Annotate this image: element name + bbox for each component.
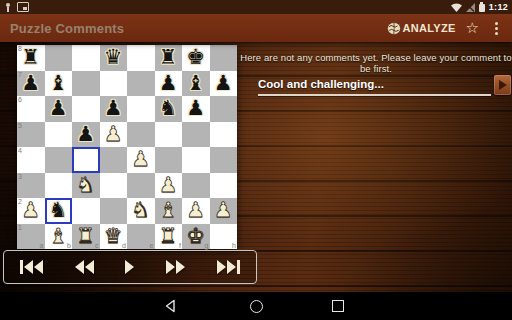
rank-label: 3 bbox=[18, 173, 22, 181]
white-king-piece[interactable]: ♚ bbox=[186, 224, 205, 249]
back-button[interactable] bbox=[163, 299, 177, 313]
square-e2[interactable]: ♞ bbox=[127, 198, 155, 224]
recents-button[interactable] bbox=[331, 299, 345, 313]
square-b1[interactable]: b♝ bbox=[45, 224, 73, 250]
white-knight-piece[interactable]: ♞ bbox=[76, 173, 95, 198]
square-c4[interactable] bbox=[72, 147, 100, 173]
send-comment-button[interactable] bbox=[494, 75, 511, 95]
white-rook-piece[interactable]: ♜ bbox=[159, 224, 178, 249]
pin-icon bbox=[6, 3, 10, 12]
square-f4[interactable] bbox=[155, 147, 183, 173]
analyze-label: ANALYZE bbox=[403, 22, 456, 34]
clock-time: 1:12 bbox=[489, 2, 508, 12]
file-label: a bbox=[40, 242, 44, 250]
white-pawn-piece[interactable]: ♟ bbox=[21, 198, 40, 223]
square-e3[interactable] bbox=[127, 173, 155, 199]
square-a7[interactable]: 7♟ bbox=[17, 71, 45, 97]
file-label: h bbox=[232, 242, 236, 250]
black-pawn-piece[interactable]: ♟ bbox=[49, 96, 68, 121]
square-c3[interactable]: ♞ bbox=[72, 173, 100, 199]
white-pawn-piece[interactable]: ♟ bbox=[186, 198, 205, 223]
white-pawn-piece[interactable]: ♟ bbox=[104, 122, 123, 147]
move-navigation-bar bbox=[3, 250, 257, 284]
step-back-button[interactable] bbox=[71, 258, 98, 276]
favorite-star-icon[interactable]: ☆ bbox=[466, 21, 479, 35]
file-label: b bbox=[67, 242, 71, 250]
square-f5[interactable] bbox=[155, 122, 183, 148]
square-d3[interactable] bbox=[100, 173, 128, 199]
square-h8[interactable] bbox=[210, 45, 238, 71]
home-icon bbox=[250, 300, 263, 313]
rank-label: 5 bbox=[18, 122, 22, 130]
back-icon bbox=[164, 299, 176, 313]
square-e7[interactable] bbox=[127, 71, 155, 97]
square-f6[interactable]: ♞ bbox=[155, 96, 183, 122]
home-button[interactable] bbox=[249, 299, 263, 313]
black-knight-piece[interactable]: ♞ bbox=[159, 96, 178, 121]
status-right-icons: 1:12 bbox=[451, 2, 508, 12]
square-g6[interactable]: ♟ bbox=[182, 96, 210, 122]
black-rook-piece[interactable]: ♜ bbox=[159, 45, 178, 70]
square-e6[interactable] bbox=[127, 96, 155, 122]
square-b5[interactable] bbox=[45, 122, 73, 148]
square-g1[interactable]: g♚ bbox=[182, 224, 210, 250]
square-g8[interactable]: ♚ bbox=[182, 45, 210, 71]
square-d4[interactable] bbox=[100, 147, 128, 173]
send-arrow-icon bbox=[499, 80, 507, 90]
file-label: c bbox=[95, 242, 99, 250]
black-rook-piece[interactable]: ♜ bbox=[21, 45, 40, 70]
square-f7[interactable]: ♟ bbox=[155, 71, 183, 97]
brain-icon bbox=[387, 22, 401, 35]
square-c1[interactable]: c♜ bbox=[72, 224, 100, 250]
app-bar: Puzzle Comments ANALYZE ☆ bbox=[0, 14, 512, 42]
black-king-piece[interactable]: ♚ bbox=[186, 45, 205, 70]
square-a4[interactable]: 4 bbox=[17, 147, 45, 173]
square-g4[interactable] bbox=[182, 147, 210, 173]
play-button[interactable] bbox=[121, 258, 138, 276]
square-c8[interactable] bbox=[72, 45, 100, 71]
screen: 1:12 Puzzle Comments ANALYZE ☆ 8♜♛♜♚7♟♝♟… bbox=[0, 0, 512, 320]
square-e5[interactable] bbox=[127, 122, 155, 148]
square-g3[interactable] bbox=[182, 173, 210, 199]
square-c2[interactable] bbox=[72, 198, 100, 224]
white-pawn-piece[interactable]: ♟ bbox=[159, 173, 178, 198]
wifi-icon bbox=[451, 3, 462, 12]
square-b6[interactable]: ♟ bbox=[45, 96, 73, 122]
square-b7[interactable]: ♝ bbox=[45, 71, 73, 97]
android-nav-bar bbox=[0, 292, 512, 320]
page-title: Puzzle Comments bbox=[10, 21, 124, 36]
black-bishop-piece[interactable]: ♝ bbox=[186, 71, 205, 96]
rank-label: 6 bbox=[18, 96, 22, 104]
recents-icon bbox=[332, 300, 344, 312]
black-knight-piece[interactable]: ♞ bbox=[49, 198, 68, 223]
status-bar: 1:12 bbox=[0, 0, 512, 14]
overflow-menu-icon[interactable] bbox=[489, 20, 504, 37]
square-h6[interactable] bbox=[210, 96, 238, 122]
rank-label: 1 bbox=[18, 224, 22, 232]
status-left-icons bbox=[6, 2, 29, 12]
square-e4[interactable]: ♟ bbox=[127, 147, 155, 173]
square-b3[interactable] bbox=[45, 173, 73, 199]
black-pawn-piece[interactable]: ♟ bbox=[76, 122, 95, 147]
square-b8[interactable] bbox=[45, 45, 73, 71]
square-d7[interactable] bbox=[100, 71, 128, 97]
square-f8[interactable]: ♜ bbox=[155, 45, 183, 71]
square-d6[interactable]: ♟ bbox=[100, 96, 128, 122]
square-e8[interactable] bbox=[127, 45, 155, 71]
white-queen-piece[interactable]: ♛ bbox=[104, 224, 123, 249]
white-bishop-piece[interactable]: ♝ bbox=[159, 198, 178, 223]
black-pawn-piece[interactable]: ♟ bbox=[21, 71, 40, 96]
square-d5[interactable]: ♟ bbox=[100, 122, 128, 148]
screenshot-icon bbox=[17, 2, 29, 12]
rank-label: 4 bbox=[18, 147, 22, 155]
file-label: f bbox=[179, 242, 181, 250]
square-h1[interactable]: h bbox=[210, 224, 238, 250]
white-pawn-piece[interactable]: ♟ bbox=[131, 147, 150, 172]
no-signal-icon bbox=[466, 3, 475, 12]
square-g5[interactable] bbox=[182, 122, 210, 148]
square-b2[interactable]: ♞ bbox=[45, 198, 73, 224]
square-h4[interactable] bbox=[210, 147, 238, 173]
content-background: 8♜♛♜♚7♟♝♟♝♟6♟♟♞♟5♟♟4♟3♞♟2♟♞♞♝♟♟1ab♝c♜d♛e… bbox=[0, 42, 512, 292]
black-pawn-piece[interactable]: ♟ bbox=[214, 71, 233, 96]
chess-board[interactable]: 8♜♛♜♚7♟♝♟♝♟6♟♟♞♟5♟♟4♟3♞♟2♟♞♞♝♟♟1ab♝c♜d♛e… bbox=[17, 45, 237, 249]
black-pawn-piece[interactable]: ♟ bbox=[186, 96, 205, 121]
square-c7[interactable] bbox=[72, 71, 100, 97]
square-a1[interactable]: 1a bbox=[17, 224, 45, 250]
square-a3[interactable]: 3 bbox=[17, 173, 45, 199]
square-f1[interactable]: f♜ bbox=[155, 224, 183, 250]
square-d8[interactable]: ♛ bbox=[100, 45, 128, 71]
square-g2[interactable]: ♟ bbox=[182, 198, 210, 224]
square-a2[interactable]: 2♟ bbox=[17, 198, 45, 224]
black-pawn-piece[interactable]: ♟ bbox=[104, 96, 123, 121]
square-f3[interactable]: ♟ bbox=[155, 173, 183, 199]
square-e1[interactable]: e bbox=[127, 224, 155, 250]
black-queen-piece[interactable]: ♛ bbox=[104, 45, 123, 70]
comment-input[interactable]: Cool and challenging... bbox=[258, 74, 491, 96]
square-d2[interactable] bbox=[100, 198, 128, 224]
skip-to-start-button[interactable] bbox=[16, 258, 47, 276]
square-a5[interactable]: 5 bbox=[17, 122, 45, 148]
square-c6[interactable] bbox=[72, 96, 100, 122]
square-b4[interactable] bbox=[45, 147, 73, 173]
black-bishop-piece[interactable]: ♝ bbox=[49, 71, 68, 96]
file-label: e bbox=[150, 242, 154, 250]
square-f2[interactable]: ♝ bbox=[155, 198, 183, 224]
square-h5[interactable] bbox=[210, 122, 238, 148]
square-h7[interactable]: ♟ bbox=[210, 71, 238, 97]
square-a6[interactable]: 6 bbox=[17, 96, 45, 122]
white-pawn-piece[interactable]: ♟ bbox=[214, 198, 233, 223]
square-g7[interactable]: ♝ bbox=[182, 71, 210, 97]
square-d1[interactable]: d♛ bbox=[100, 224, 128, 250]
comments-empty-message: Here are not any comments yet. Please le… bbox=[240, 52, 512, 74]
white-bishop-piece[interactable]: ♝ bbox=[49, 224, 68, 249]
black-pawn-piece[interactable]: ♟ bbox=[159, 71, 178, 96]
square-a8[interactable]: 8♜ bbox=[17, 45, 45, 71]
square-h2[interactable]: ♟ bbox=[210, 198, 238, 224]
file-label: g bbox=[205, 242, 209, 250]
square-c5[interactable]: ♟ bbox=[72, 122, 100, 148]
analyze-button[interactable]: ANALYZE bbox=[387, 22, 456, 35]
app-bar-actions: ANALYZE ☆ bbox=[387, 20, 505, 37]
white-rook-piece[interactable]: ♜ bbox=[76, 224, 95, 249]
comment-input-row: Cool and challenging... bbox=[258, 74, 512, 96]
white-knight-piece[interactable]: ♞ bbox=[131, 198, 150, 223]
step-forward-button[interactable] bbox=[162, 258, 189, 276]
square-h3[interactable] bbox=[210, 173, 238, 199]
skip-to-end-button[interactable] bbox=[213, 258, 244, 276]
battery-icon bbox=[479, 2, 485, 12]
